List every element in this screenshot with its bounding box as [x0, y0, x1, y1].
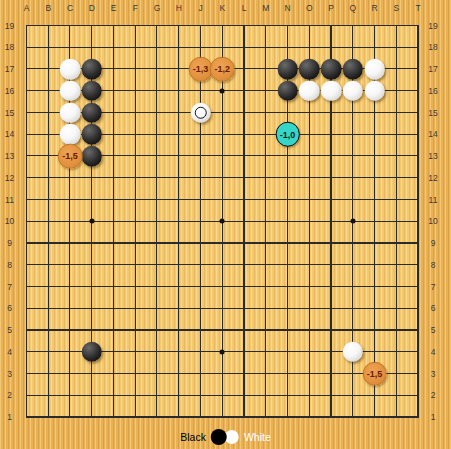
- row-label-left-14: 14: [5, 129, 14, 139]
- turn-indicator: Black White: [180, 428, 271, 446]
- stone-white-Q4: [343, 342, 364, 363]
- column-label-E: E: [111, 3, 117, 13]
- star-point-K4: [220, 349, 225, 354]
- row-label-left-15: 15: [5, 108, 14, 118]
- row-label-right-19: 19: [428, 21, 437, 31]
- stone-white-Q16: [343, 81, 364, 102]
- row-label-left-2: 2: [7, 390, 12, 400]
- stone-black-Q17: [343, 59, 364, 80]
- black-stone-icon: [211, 429, 227, 445]
- row-label-right-16: 16: [428, 86, 437, 96]
- candidate-move-R3[interactable]: -1,5: [362, 361, 387, 386]
- row-label-left-3: 3: [7, 369, 12, 379]
- stone-white-J15: [190, 102, 211, 123]
- row-label-right-10: 10: [428, 216, 437, 226]
- column-label-S: S: [393, 3, 399, 13]
- stone-black-N16: [277, 81, 298, 102]
- row-label-left-5: 5: [7, 325, 12, 335]
- column-label-A: A: [24, 3, 30, 13]
- stone-white-C15: [60, 102, 81, 123]
- row-label-right-1: 1: [431, 412, 436, 422]
- row-label-left-11: 11: [5, 195, 14, 205]
- column-label-M: M: [262, 3, 269, 13]
- star-point-K16: [220, 88, 225, 93]
- row-label-left-17: 17: [5, 64, 14, 74]
- turn-toggle-icon[interactable]: [211, 429, 239, 445]
- column-label-P: P: [328, 3, 334, 13]
- star-point-Q10: [350, 219, 355, 224]
- column-label-B: B: [45, 3, 51, 13]
- stone-white-C17: [60, 59, 81, 80]
- row-label-left-1: 1: [7, 412, 12, 422]
- column-label-T: T: [415, 3, 420, 13]
- row-label-right-14: 14: [428, 129, 437, 139]
- column-label-K: K: [219, 3, 225, 13]
- stone-black-D15: [82, 102, 103, 123]
- stone-white-R16: [364, 81, 385, 102]
- stone-white-C14: [60, 124, 81, 145]
- stone-black-D13: [82, 146, 103, 167]
- row-label-left-4: 4: [7, 347, 12, 357]
- stone-white-C16: [60, 81, 81, 102]
- row-label-left-10: 10: [5, 216, 14, 226]
- row-label-right-6: 6: [431, 303, 436, 313]
- column-label-C: C: [67, 3, 73, 13]
- stone-black-P17: [321, 59, 342, 80]
- goban-grid[interactable]: -1,3-1,2-1,5-1,5-1,0: [26, 25, 419, 418]
- go-analysis-app: -1,3-1,2-1,5-1,5-1,0 Black White ABCDEFG…: [0, 0, 451, 449]
- row-label-right-11: 11: [429, 195, 438, 205]
- row-label-right-9: 9: [431, 238, 436, 248]
- white-player-label: White: [244, 431, 271, 443]
- row-label-left-18: 18: [5, 42, 14, 52]
- stone-black-D4: [82, 342, 103, 363]
- column-label-J: J: [198, 3, 202, 13]
- column-label-H: H: [176, 3, 182, 13]
- stone-black-D14: [82, 124, 103, 145]
- column-label-R: R: [371, 3, 377, 13]
- column-label-L: L: [242, 3, 247, 13]
- stone-white-P16: [321, 81, 342, 102]
- row-label-left-12: 12: [5, 173, 14, 183]
- column-label-F: F: [133, 3, 138, 13]
- candidate-move-K17[interactable]: -1,2: [210, 57, 235, 82]
- column-label-D: D: [89, 3, 95, 13]
- row-label-left-13: 13: [5, 151, 14, 161]
- row-label-left-6: 6: [7, 303, 12, 313]
- row-label-right-13: 13: [428, 151, 437, 161]
- row-label-right-2: 2: [431, 390, 436, 400]
- candidate-move-C13[interactable]: -1,5: [58, 144, 83, 169]
- column-label-N: N: [284, 3, 290, 13]
- row-label-right-17: 17: [428, 64, 437, 74]
- row-label-right-18: 18: [428, 42, 437, 52]
- row-label-right-8: 8: [431, 260, 436, 270]
- row-label-right-7: 7: [431, 282, 436, 292]
- column-label-Q: Q: [349, 3, 356, 13]
- row-label-left-16: 16: [5, 86, 14, 96]
- stone-black-O17: [299, 59, 320, 80]
- stone-black-D16: [82, 81, 103, 102]
- row-label-right-3: 3: [431, 369, 436, 379]
- row-label-right-15: 15: [428, 108, 437, 118]
- star-point-K10: [220, 219, 225, 224]
- row-label-right-5: 5: [431, 325, 436, 335]
- white-stone-icon: [225, 430, 239, 444]
- column-label-G: G: [154, 3, 161, 13]
- row-label-right-12: 12: [428, 173, 437, 183]
- last-move-circle-marker: [195, 107, 207, 119]
- row-label-left-7: 7: [7, 282, 12, 292]
- best-move-suggestion-N14[interactable]: -1,0: [275, 122, 300, 147]
- row-label-left-8: 8: [7, 260, 12, 270]
- stone-black-N17: [277, 59, 298, 80]
- column-label-O: O: [306, 3, 313, 13]
- stone-white-O16: [299, 81, 320, 102]
- star-point-D10: [89, 219, 94, 224]
- black-player-label: Black: [180, 431, 206, 443]
- stone-white-R17: [364, 59, 385, 80]
- row-label-left-9: 9: [7, 238, 12, 248]
- stone-black-D17: [82, 59, 103, 80]
- row-label-left-19: 19: [5, 21, 14, 31]
- row-label-right-4: 4: [431, 347, 436, 357]
